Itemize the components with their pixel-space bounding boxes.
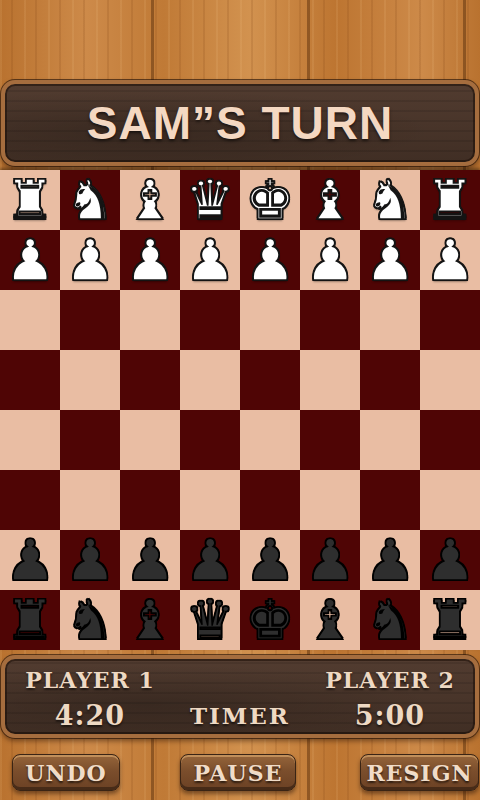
square-r8c1[interactable]: ♜ [0, 590, 60, 650]
piece-black-knight[interactable]: ♞ [65, 590, 114, 650]
square-r5c1[interactable] [0, 410, 60, 470]
player1-clock: 4:20 [15, 700, 165, 731]
piece-white-rook[interactable]: ♜ [5, 170, 54, 230]
undo-button[interactable]: UNDO [12, 754, 120, 791]
square-r4c6[interactable] [300, 350, 360, 410]
piece-black-knight[interactable]: ♞ [365, 590, 414, 650]
square-r1c1[interactable]: ♜ [0, 170, 60, 230]
square-r8c3[interactable]: ♝ [120, 590, 180, 650]
square-r3c3[interactable] [120, 290, 180, 350]
square-r3c8[interactable] [420, 290, 480, 350]
square-r7c8[interactable]: ♟ [420, 530, 480, 590]
square-r7c6[interactable]: ♟ [300, 530, 360, 590]
square-r2c5[interactable]: ♟ [240, 230, 300, 290]
piece-white-knight[interactable]: ♞ [65, 170, 114, 230]
square-r4c7[interactable] [360, 350, 420, 410]
square-r2c4[interactable]: ♟ [180, 230, 240, 290]
square-r3c6[interactable] [300, 290, 360, 350]
game-screen: SAM”S TURN ♜♞♝♛♚♝♞♜♟♟♟♟♟♟♟♟♟♟♟♟♟♟♟♟♜♞♝♛♚… [0, 0, 480, 800]
square-r1c2[interactable]: ♞ [60, 170, 120, 230]
piece-black-pawn[interactable]: ♟ [424, 530, 475, 590]
square-r7c7[interactable]: ♟ [360, 530, 420, 590]
piece-white-pawn[interactable]: ♟ [124, 230, 175, 290]
square-r6c5[interactable] [240, 470, 300, 530]
player2-label: PLAYER 2 [315, 667, 465, 693]
square-r6c8[interactable] [420, 470, 480, 530]
piece-white-pawn[interactable]: ♟ [364, 230, 415, 290]
square-r4c8[interactable] [420, 350, 480, 410]
piece-white-bishop[interactable]: ♝ [125, 170, 174, 230]
square-r5c2[interactable] [60, 410, 120, 470]
square-r6c1[interactable] [0, 470, 60, 530]
piece-white-king[interactable]: ♚ [245, 170, 294, 230]
square-r8c8[interactable]: ♜ [420, 590, 480, 650]
piece-white-rook[interactable]: ♜ [425, 170, 474, 230]
piece-white-pawn[interactable]: ♟ [4, 230, 55, 290]
square-r2c6[interactable]: ♟ [300, 230, 360, 290]
square-r2c3[interactable]: ♟ [120, 230, 180, 290]
resign-button[interactable]: RESIGN [360, 754, 479, 791]
piece-white-queen[interactable]: ♛ [185, 170, 234, 230]
square-r7c2[interactable]: ♟ [60, 530, 120, 590]
square-r8c2[interactable]: ♞ [60, 590, 120, 650]
square-r1c6[interactable]: ♝ [300, 170, 360, 230]
square-r3c1[interactable] [0, 290, 60, 350]
square-r1c4[interactable]: ♛ [180, 170, 240, 230]
piece-white-pawn[interactable]: ♟ [424, 230, 475, 290]
square-r2c2[interactable]: ♟ [60, 230, 120, 290]
square-r4c2[interactable] [60, 350, 120, 410]
square-r8c7[interactable]: ♞ [360, 590, 420, 650]
piece-black-pawn[interactable]: ♟ [304, 530, 355, 590]
piece-black-rook[interactable]: ♜ [425, 590, 474, 650]
square-r1c8[interactable]: ♜ [420, 170, 480, 230]
square-r4c3[interactable] [120, 350, 180, 410]
square-r3c2[interactable] [60, 290, 120, 350]
square-r1c5[interactable]: ♚ [240, 170, 300, 230]
square-r8c4[interactable]: ♛ [180, 590, 240, 650]
square-r6c4[interactable] [180, 470, 240, 530]
square-r8c6[interactable]: ♝ [300, 590, 360, 650]
square-r6c2[interactable] [60, 470, 120, 530]
square-r3c7[interactable] [360, 290, 420, 350]
square-r3c5[interactable] [240, 290, 300, 350]
piece-white-pawn[interactable]: ♟ [244, 230, 295, 290]
piece-white-bishop[interactable]: ♝ [305, 170, 354, 230]
turn-banner: SAM”S TURN [1, 80, 479, 166]
piece-black-pawn[interactable]: ♟ [244, 530, 295, 590]
square-r3c4[interactable] [180, 290, 240, 350]
square-r7c5[interactable]: ♟ [240, 530, 300, 590]
status-panel-grid: PLAYER 1 PLAYER 2 4:20 TIMER 5:00 [5, 659, 475, 738]
square-r6c3[interactable] [120, 470, 180, 530]
piece-black-pawn[interactable]: ♟ [124, 530, 175, 590]
pause-button[interactable]: PAUSE [180, 754, 296, 791]
piece-black-bishop[interactable]: ♝ [125, 590, 174, 650]
player2-clock: 5:00 [315, 700, 465, 731]
chess-board: ♜♞♝♛♚♝♞♜♟♟♟♟♟♟♟♟♟♟♟♟♟♟♟♟♜♞♝♛♚♝♞♜ [0, 170, 480, 650]
piece-black-queen[interactable]: ♛ [185, 590, 234, 650]
square-r7c1[interactable]: ♟ [0, 530, 60, 590]
square-r8c5[interactable]: ♚ [240, 590, 300, 650]
piece-black-pawn[interactable]: ♟ [364, 530, 415, 590]
square-r5c8[interactable] [420, 410, 480, 470]
piece-black-bishop[interactable]: ♝ [305, 590, 354, 650]
square-r2c7[interactable]: ♟ [360, 230, 420, 290]
square-r4c4[interactable] [180, 350, 240, 410]
piece-white-pawn[interactable]: ♟ [64, 230, 115, 290]
piece-black-pawn[interactable]: ♟ [184, 530, 235, 590]
square-r5c3[interactable] [120, 410, 180, 470]
piece-black-rook[interactable]: ♜ [5, 590, 54, 650]
player1-label: PLAYER 1 [15, 667, 165, 693]
piece-black-pawn[interactable]: ♟ [4, 530, 55, 590]
piece-white-knight[interactable]: ♞ [365, 170, 414, 230]
square-r5c6[interactable] [300, 410, 360, 470]
square-r5c4[interactable] [180, 410, 240, 470]
piece-black-pawn[interactable]: ♟ [64, 530, 115, 590]
square-r4c5[interactable] [240, 350, 300, 410]
square-r5c7[interactable] [360, 410, 420, 470]
square-r7c4[interactable]: ♟ [180, 530, 240, 590]
piece-black-king[interactable]: ♚ [245, 590, 294, 650]
square-r1c3[interactable]: ♝ [120, 170, 180, 230]
turn-banner-title: SAM”S TURN [87, 96, 393, 150]
piece-white-pawn[interactable]: ♟ [184, 230, 235, 290]
piece-white-pawn[interactable]: ♟ [304, 230, 355, 290]
square-r7c3[interactable]: ♟ [120, 530, 180, 590]
square-r6c7[interactable] [360, 470, 420, 530]
square-r5c5[interactable] [240, 410, 300, 470]
status-panel: PLAYER 1 PLAYER 2 4:20 TIMER 5:00 [1, 655, 479, 738]
timer-label: TIMER [165, 702, 315, 729]
square-r1c7[interactable]: ♞ [360, 170, 420, 230]
square-r2c8[interactable]: ♟ [420, 230, 480, 290]
square-r2c1[interactable]: ♟ [0, 230, 60, 290]
square-r6c6[interactable] [300, 470, 360, 530]
square-r4c1[interactable] [0, 350, 60, 410]
